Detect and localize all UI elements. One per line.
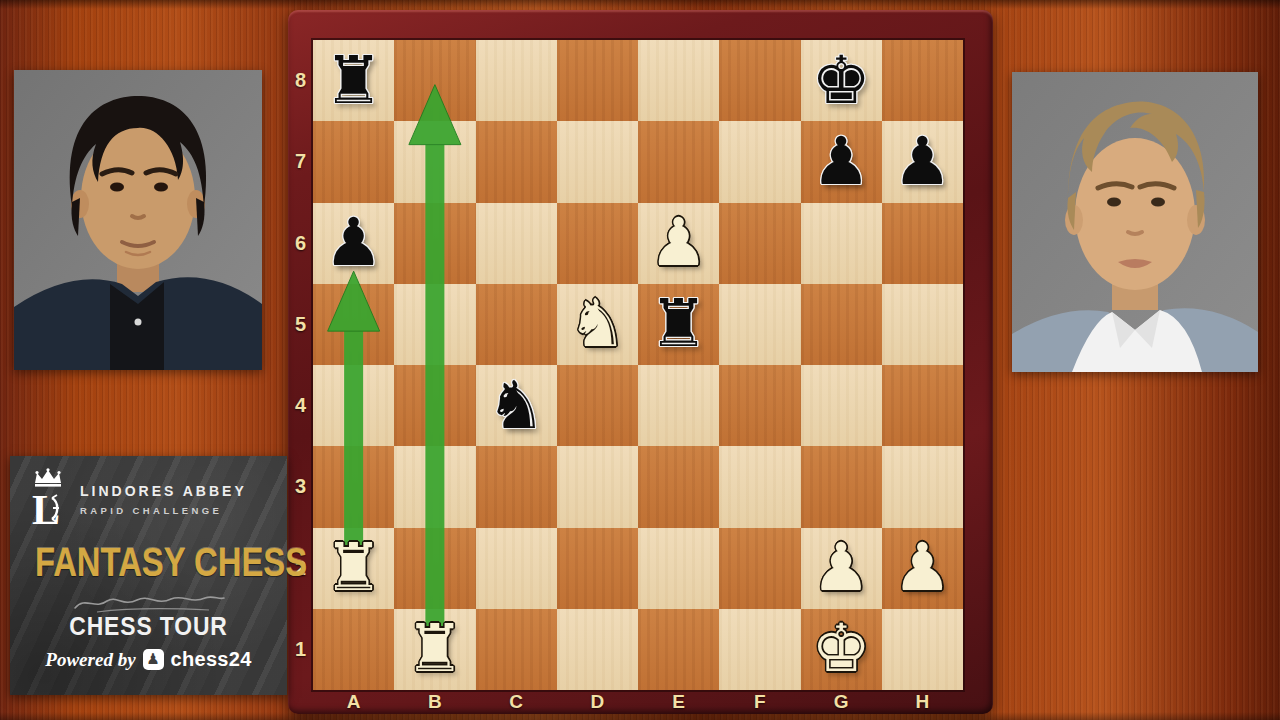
square-d2	[557, 528, 638, 609]
square-a1	[313, 609, 394, 690]
square-b1	[394, 609, 475, 690]
square-a3	[313, 446, 394, 527]
square-e6	[638, 203, 719, 284]
fantasy-chess-title: FANTASY CHESS	[35, 542, 262, 582]
square-f1	[719, 609, 800, 690]
square-g7	[801, 121, 882, 202]
square-a5	[313, 284, 394, 365]
black-player-portrait	[1012, 72, 1258, 372]
square-h1	[882, 609, 963, 690]
powered-by-label: Powered by	[45, 649, 135, 671]
square-a2	[313, 528, 394, 609]
square-e5	[638, 284, 719, 365]
rank-labels: 87654321	[288, 40, 313, 690]
chess24-logo-icon: ♟	[143, 649, 164, 670]
black-player-photo	[1012, 72, 1258, 372]
square-d7	[557, 121, 638, 202]
rank-label-6: 6	[288, 203, 313, 284]
square-a7	[313, 121, 394, 202]
square-b8	[394, 40, 475, 121]
rank-label-3: 3	[288, 446, 313, 527]
white-player-portrait	[14, 70, 262, 370]
square-d3	[557, 446, 638, 527]
rank-label-4: 4	[288, 365, 313, 446]
file-label-e: E	[638, 690, 719, 714]
square-d6	[557, 203, 638, 284]
square-e3	[638, 446, 719, 527]
square-f7	[719, 121, 800, 202]
square-e8	[638, 40, 719, 121]
square-h6	[882, 203, 963, 284]
square-d1	[557, 609, 638, 690]
square-b5	[394, 284, 475, 365]
powered-by-row: Powered by ♟ chess24	[10, 648, 287, 671]
square-g2	[801, 528, 882, 609]
rank-label-1: 1	[288, 609, 313, 690]
square-g1	[801, 609, 882, 690]
white-player-photo	[14, 70, 262, 370]
square-c7	[476, 121, 557, 202]
chess-board: 87654321 ABCDEFGH ♜♚♟♟♟♟♞♜♞♜♟♟♜♚	[288, 10, 993, 714]
square-d8	[557, 40, 638, 121]
square-c4	[476, 365, 557, 446]
square-d4	[557, 365, 638, 446]
square-a6	[313, 203, 394, 284]
file-label-d: D	[557, 690, 638, 714]
square-e4	[638, 365, 719, 446]
square-h3	[882, 446, 963, 527]
file-label-g: G	[801, 690, 882, 714]
square-c2	[476, 528, 557, 609]
square-g4	[801, 365, 882, 446]
sponsor-panel: L LINDORES ABBEY RAPID CHALLENGE FANTASY…	[10, 456, 287, 695]
chess24-wordmark: chess24	[171, 648, 252, 671]
rank-label-8: 8	[288, 40, 313, 121]
square-g3	[801, 446, 882, 527]
square-b7	[394, 121, 475, 202]
square-e2	[638, 528, 719, 609]
square-a4	[313, 365, 394, 446]
square-f5	[719, 284, 800, 365]
broadcast-graphic: 87654321 ABCDEFGH ♜♚♟♟♟♟♞♜♞♜♟♟♜♚ L LINDO…	[0, 0, 1280, 720]
square-f2	[719, 528, 800, 609]
square-c8	[476, 40, 557, 121]
file-label-b: B	[394, 690, 475, 714]
square-c5	[476, 284, 557, 365]
square-g8	[801, 40, 882, 121]
chess24-pawn-icon: ♟	[146, 652, 159, 667]
square-f4	[719, 365, 800, 446]
file-label-h: H	[882, 690, 963, 714]
square-c1	[476, 609, 557, 690]
square-f3	[719, 446, 800, 527]
square-f8	[719, 40, 800, 121]
chess-tour-wordmark: CHESS TOUR	[27, 613, 271, 639]
board-squares	[313, 40, 963, 690]
square-g5	[801, 284, 882, 365]
rank-label-7: 7	[288, 121, 313, 202]
square-d5	[557, 284, 638, 365]
square-c6	[476, 203, 557, 284]
square-e7	[638, 121, 719, 202]
square-b4	[394, 365, 475, 446]
sponsor-header: L LINDORES ABBEY RAPID CHALLENGE	[10, 456, 287, 530]
square-b6	[394, 203, 475, 284]
lindores-abbey-crest-icon: L	[26, 468, 70, 530]
square-f6	[719, 203, 800, 284]
square-h2	[882, 528, 963, 609]
file-label-f: F	[719, 690, 800, 714]
square-g6	[801, 203, 882, 284]
square-h7	[882, 121, 963, 202]
square-b3	[394, 446, 475, 527]
square-h8	[882, 40, 963, 121]
file-labels: ABCDEFGH	[313, 690, 963, 714]
sponsor-org: LINDORES ABBEY RAPID CHALLENGE	[80, 483, 247, 516]
event-subtitle: RAPID CHALLENGE	[80, 505, 247, 516]
file-label-c: C	[476, 690, 557, 714]
square-h5	[882, 284, 963, 365]
rank-label-5: 5	[288, 284, 313, 365]
square-b2	[394, 528, 475, 609]
event-name: LINDORES ABBEY	[80, 483, 247, 499]
file-label-a: A	[313, 690, 394, 714]
square-h4	[882, 365, 963, 446]
square-e1	[638, 609, 719, 690]
square-a8	[313, 40, 394, 121]
square-c3	[476, 446, 557, 527]
